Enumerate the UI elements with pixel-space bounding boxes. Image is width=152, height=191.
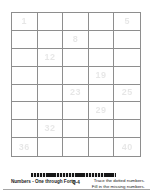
grid-cell-r4c3[interactable] [63, 67, 89, 85]
grid-cell-r5c4[interactable] [89, 85, 115, 103]
traced-number: 23 [70, 88, 81, 97]
grid-cell-r4c1[interactable] [12, 67, 38, 85]
grid-cell-r7c2[interactable]: 32 [38, 120, 64, 138]
traced-number: 8 [73, 35, 79, 44]
grid-cell-r4c5[interactable] [114, 67, 140, 85]
worksheet-page: 1581219232529323640 Numbers - One throug… [0, 0, 152, 191]
grid-cell-r6c1[interactable] [12, 102, 38, 120]
grid-cell-r4c4[interactable]: 19 [89, 67, 115, 85]
grid-cell-r4c2[interactable] [38, 67, 64, 85]
grid-cell-r3c4[interactable] [89, 49, 115, 67]
grid-cell-r1c4[interactable] [89, 13, 115, 31]
grid-cell-r8c3[interactable] [63, 138, 89, 156]
grid-cell-r7c4[interactable] [89, 120, 115, 138]
grid-cell-r2c5[interactable] [114, 31, 140, 49]
grid-cell-r5c2[interactable] [38, 85, 64, 103]
grid-cell-r2c4[interactable] [89, 31, 115, 49]
grid-cell-r5c3[interactable]: 23 [63, 85, 89, 103]
grid-cell-r7c3[interactable] [63, 120, 89, 138]
traced-number: 19 [96, 71, 107, 80]
grid-cell-r3c5[interactable] [114, 49, 140, 67]
worksheet-title: Numbers - One through Forty [11, 179, 75, 184]
grid-cell-r6c3[interactable] [63, 102, 89, 120]
grid-cell-r5c5[interactable]: 25 [114, 85, 140, 103]
traced-number: 29 [96, 106, 107, 115]
grid-cell-r6c2[interactable] [38, 102, 64, 120]
grid-cell-r3c1[interactable] [12, 49, 38, 67]
grid-cell-r6c5[interactable] [114, 102, 140, 120]
number-grid: 1581219232529323640 [11, 12, 141, 157]
grid-cell-r7c1[interactable] [12, 120, 38, 138]
grid-cell-r2c1[interactable] [12, 31, 38, 49]
grid-cell-r2c2[interactable] [38, 31, 64, 49]
grid-cell-r3c3[interactable] [63, 49, 89, 67]
grid-cell-r1c5[interactable]: 5 [114, 13, 140, 31]
grid-cell-r8c4[interactable] [89, 138, 115, 156]
traced-number: 32 [44, 124, 55, 133]
grid-cell-r1c3[interactable] [63, 13, 89, 31]
traced-number: 36 [19, 143, 30, 152]
grid-cell-r2c3[interactable]: 8 [63, 31, 89, 49]
grid-cell-r5c1[interactable] [12, 85, 38, 103]
grid-cell-r8c5[interactable]: 40 [114, 138, 140, 156]
traced-number: 25 [122, 88, 133, 97]
redacted-watermark-banner [31, 173, 116, 177]
traced-number: 5 [124, 17, 130, 26]
traced-number: 1 [22, 17, 28, 26]
footer-divider [3, 189, 150, 190]
grid-cell-r6c4[interactable]: 29 [89, 102, 115, 120]
traced-number: 12 [44, 53, 55, 62]
grid-cell-r1c1[interactable]: 1 [12, 13, 38, 31]
grid-cell-r8c1[interactable]: 36 [12, 138, 38, 156]
grid-cell-r3c2[interactable]: 12 [38, 49, 64, 67]
page-code: Q-4 [72, 180, 80, 185]
grid-cell-r1c2[interactable] [38, 13, 64, 31]
traced-number: 40 [122, 143, 133, 152]
grid-cell-r8c2[interactable] [38, 138, 64, 156]
grid-cell-r7c5[interactable] [114, 120, 140, 138]
